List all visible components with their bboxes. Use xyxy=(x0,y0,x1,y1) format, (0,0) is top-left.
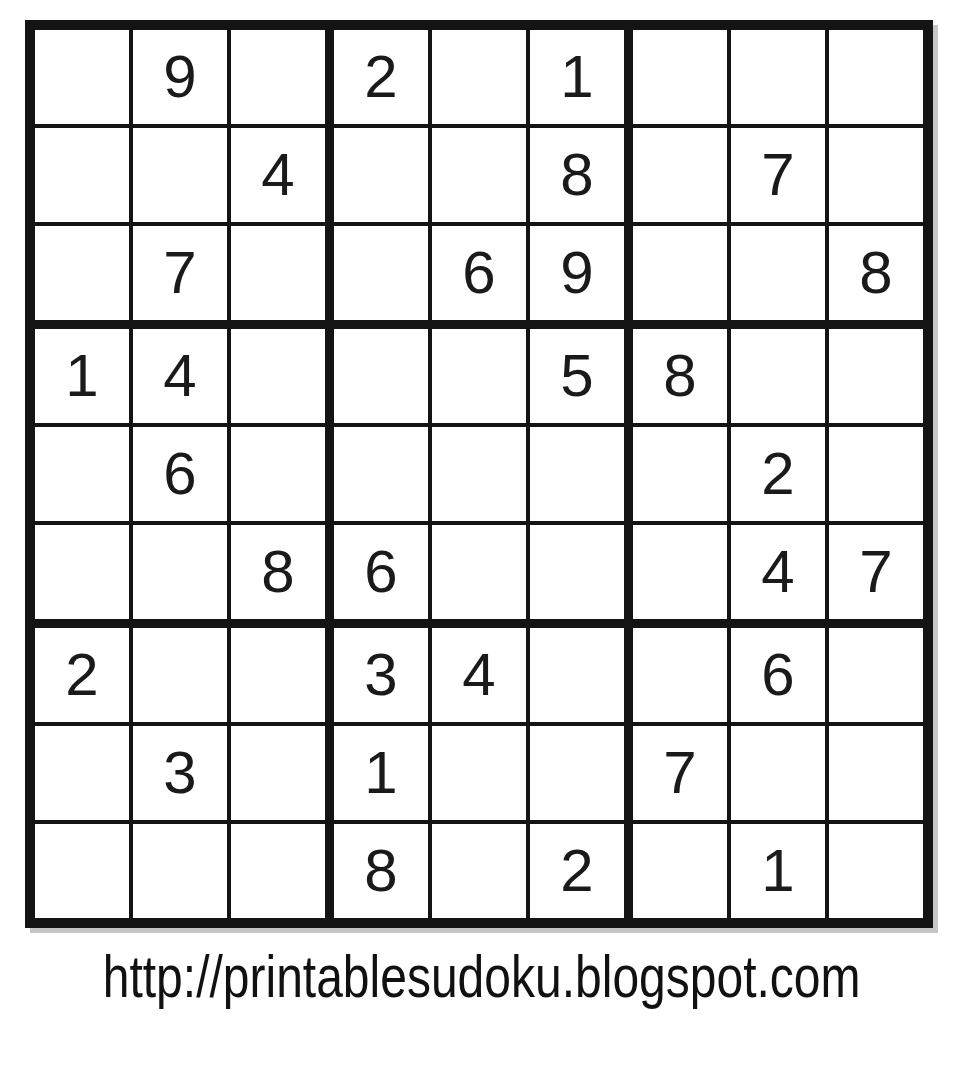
sudoku-cell-r8c3[interactable] xyxy=(231,726,325,820)
sudoku-cell-r5c4[interactable] xyxy=(334,427,428,521)
sudoku-cell-r4c5[interactable] xyxy=(432,329,526,423)
sudoku-cell-r8c9[interactable] xyxy=(829,726,923,820)
sudoku-block: 23 xyxy=(35,628,325,918)
sudoku-cell-r9c5[interactable] xyxy=(432,824,526,918)
sudoku-cell-r3c7[interactable] xyxy=(633,226,727,320)
sudoku-block: 21869 xyxy=(334,30,624,320)
sudoku-cell-r2c7[interactable] xyxy=(633,128,727,222)
sudoku-cell-r9c2[interactable] xyxy=(133,824,227,918)
sudoku-cell-r4c4[interactable] xyxy=(334,329,428,423)
sudoku-cell-r8c7[interactable]: 7 xyxy=(633,726,727,820)
sudoku-cell-r4c8[interactable] xyxy=(731,329,825,423)
sudoku-cell-r8c2[interactable]: 3 xyxy=(133,726,227,820)
sudoku-block: 947 xyxy=(35,30,325,320)
sudoku-cell-r1c5[interactable] xyxy=(432,30,526,124)
sudoku-cell-r8c6[interactable] xyxy=(530,726,624,820)
sudoku-cell-r6c2[interactable] xyxy=(133,525,227,619)
sudoku-cell-r8c5[interactable] xyxy=(432,726,526,820)
sudoku-board: 947218697814685682472334182671 xyxy=(25,20,933,928)
sudoku-cell-r1c8[interactable] xyxy=(731,30,825,124)
sudoku-cell-r6c1[interactable] xyxy=(35,525,129,619)
sudoku-cell-r3c6[interactable]: 9 xyxy=(530,226,624,320)
sudoku-cell-r3c4[interactable] xyxy=(334,226,428,320)
sudoku-cell-r3c3[interactable] xyxy=(231,226,325,320)
sudoku-cell-r1c2[interactable]: 9 xyxy=(133,30,227,124)
sudoku-cell-r6c3[interactable]: 8 xyxy=(231,525,325,619)
sudoku-cell-r8c8[interactable] xyxy=(731,726,825,820)
sudoku-block: 56 xyxy=(334,329,624,619)
sudoku-cell-r5c9[interactable] xyxy=(829,427,923,521)
sudoku-cell-r2c1[interactable] xyxy=(35,128,129,222)
sudoku-cell-r7c5[interactable]: 4 xyxy=(432,628,526,722)
sudoku-cell-r3c9[interactable]: 8 xyxy=(829,226,923,320)
sudoku-cell-r4c3[interactable] xyxy=(231,329,325,423)
sudoku-cell-r6c7[interactable] xyxy=(633,525,727,619)
sudoku-cell-r5c6[interactable] xyxy=(530,427,624,521)
sudoku-block: 8247 xyxy=(633,329,923,619)
sudoku-cell-r9c3[interactable] xyxy=(231,824,325,918)
sudoku-cell-r1c6[interactable]: 1 xyxy=(530,30,624,124)
sudoku-cell-r7c1[interactable]: 2 xyxy=(35,628,129,722)
sudoku-cell-r8c4[interactable]: 1 xyxy=(334,726,428,820)
sudoku-cell-r7c9[interactable] xyxy=(829,628,923,722)
sudoku-cell-r3c5[interactable]: 6 xyxy=(432,226,526,320)
sudoku-cell-r6c4[interactable]: 6 xyxy=(334,525,428,619)
sudoku-cell-r9c6[interactable]: 2 xyxy=(530,824,624,918)
sudoku-cell-r1c3[interactable] xyxy=(231,30,325,124)
sudoku-cell-r7c7[interactable] xyxy=(633,628,727,722)
sudoku-cell-r5c2[interactable]: 6 xyxy=(133,427,227,521)
sudoku-cell-r7c4[interactable]: 3 xyxy=(334,628,428,722)
sudoku-cell-r9c4[interactable]: 8 xyxy=(334,824,428,918)
sudoku-cell-r7c3[interactable] xyxy=(231,628,325,722)
sudoku-cell-r9c7[interactable] xyxy=(633,824,727,918)
sudoku-cell-r2c9[interactable] xyxy=(829,128,923,222)
sudoku-cell-r9c1[interactable] xyxy=(35,824,129,918)
sudoku-cell-r2c5[interactable] xyxy=(432,128,526,222)
sudoku-cell-r6c5[interactable] xyxy=(432,525,526,619)
sudoku-cell-r4c6[interactable]: 5 xyxy=(530,329,624,423)
sudoku-block: 671 xyxy=(633,628,923,918)
sudoku-block: 1468 xyxy=(35,329,325,619)
footer: http://printablesudoku.blogspot.com xyxy=(0,936,963,1016)
sudoku-cell-r3c2[interactable]: 7 xyxy=(133,226,227,320)
sudoku-cell-r2c4[interactable] xyxy=(334,128,428,222)
sudoku-cell-r8c1[interactable] xyxy=(35,726,129,820)
sudoku-cell-r6c9[interactable]: 7 xyxy=(829,525,923,619)
sudoku-cell-r7c2[interactable] xyxy=(133,628,227,722)
sudoku-cell-r1c9[interactable] xyxy=(829,30,923,124)
sudoku-cell-r2c3[interactable]: 4 xyxy=(231,128,325,222)
sudoku-cell-r6c8[interactable]: 4 xyxy=(731,525,825,619)
sudoku-cell-r3c1[interactable] xyxy=(35,226,129,320)
sudoku-cell-r4c1[interactable]: 1 xyxy=(35,329,129,423)
sudoku-cell-r4c7[interactable]: 8 xyxy=(633,329,727,423)
sudoku-cell-r5c8[interactable]: 2 xyxy=(731,427,825,521)
sudoku-cell-r1c7[interactable] xyxy=(633,30,727,124)
sudoku-cell-r9c8[interactable]: 1 xyxy=(731,824,825,918)
sudoku-cell-r9c9[interactable] xyxy=(829,824,923,918)
sudoku-cell-r5c1[interactable] xyxy=(35,427,129,521)
sudoku-cell-r1c4[interactable]: 2 xyxy=(334,30,428,124)
sudoku-cell-r2c8[interactable]: 7 xyxy=(731,128,825,222)
sudoku-cell-r2c6[interactable]: 8 xyxy=(530,128,624,222)
sudoku-block: 34182 xyxy=(334,628,624,918)
sudoku-cell-r4c9[interactable] xyxy=(829,329,923,423)
sudoku-cell-r7c8[interactable]: 6 xyxy=(731,628,825,722)
sudoku-cell-r1c1[interactable] xyxy=(35,30,129,124)
source-url: http://printablesudoku.blogspot.com xyxy=(103,942,861,1011)
sudoku-cell-r5c3[interactable] xyxy=(231,427,325,521)
sudoku-cell-r4c2[interactable]: 4 xyxy=(133,329,227,423)
sudoku-cell-r3c8[interactable] xyxy=(731,226,825,320)
sudoku-block: 78 xyxy=(633,30,923,320)
sudoku-cell-r2c2[interactable] xyxy=(133,128,227,222)
sudoku-cell-r5c5[interactable] xyxy=(432,427,526,521)
sudoku-cell-r7c6[interactable] xyxy=(530,628,624,722)
sudoku-cell-r6c6[interactable] xyxy=(530,525,624,619)
sudoku-cell-r5c7[interactable] xyxy=(633,427,727,521)
